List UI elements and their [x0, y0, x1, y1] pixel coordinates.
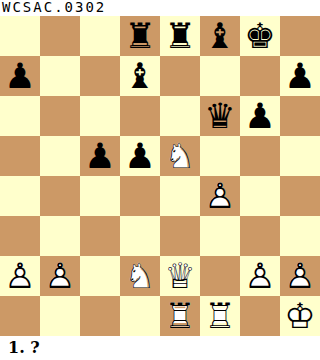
square-c2[interactable]: [80, 256, 120, 296]
square-g7[interactable]: [240, 56, 280, 96]
square-a2[interactable]: ♟♙: [0, 256, 40, 296]
square-f2[interactable]: [200, 256, 240, 296]
square-g2[interactable]: ♟♙: [240, 256, 280, 296]
white-queen: ♕: [160, 256, 200, 296]
black-rook: ♜: [120, 16, 160, 56]
white-pawn-fill: ♟: [0, 256, 40, 296]
square-e7[interactable]: [160, 56, 200, 96]
puzzle-id: WCSAC.0302: [0, 0, 320, 16]
square-b5[interactable]: [40, 136, 80, 176]
white-knight: ♘: [160, 136, 200, 176]
square-f6[interactable]: ♛: [200, 96, 240, 136]
square-b3[interactable]: [40, 216, 80, 256]
black-bishop: ♝: [120, 56, 160, 96]
square-g8[interactable]: ♚: [240, 16, 280, 56]
square-f3[interactable]: [200, 216, 240, 256]
black-pawn: ♟: [0, 56, 40, 96]
square-d4[interactable]: [120, 176, 160, 216]
white-pawn: ♙: [40, 256, 80, 296]
white-rook-fill: ♜: [160, 296, 200, 336]
square-a1[interactable]: [0, 296, 40, 336]
square-g4[interactable]: [240, 176, 280, 216]
square-c6[interactable]: [80, 96, 120, 136]
square-e2[interactable]: ♛♕: [160, 256, 200, 296]
square-h4[interactable]: [280, 176, 320, 216]
square-d6[interactable]: [120, 96, 160, 136]
square-c4[interactable]: [80, 176, 120, 216]
square-h6[interactable]: [280, 96, 320, 136]
square-b6[interactable]: [40, 96, 80, 136]
square-h1[interactable]: ♚♔: [280, 296, 320, 336]
square-g1[interactable]: [240, 296, 280, 336]
square-e5[interactable]: ♞♘: [160, 136, 200, 176]
white-pawn-fill: ♟: [240, 256, 280, 296]
white-pawn-fill: ♟: [280, 256, 320, 296]
black-bishop: ♝: [200, 16, 240, 56]
square-h2[interactable]: ♟♙: [280, 256, 320, 296]
square-c8[interactable]: [80, 16, 120, 56]
square-e4[interactable]: [160, 176, 200, 216]
square-e6[interactable]: [160, 96, 200, 136]
square-f7[interactable]: [200, 56, 240, 96]
chess-board: ♜♜♝♚♟♝♟♛♟♟♟♞♘♟♙♟♙♟♙♞♘♛♕♟♙♟♙♜♖♜♖♚♔: [0, 16, 320, 336]
black-rook: ♜: [160, 16, 200, 56]
white-king-fill: ♚: [280, 296, 320, 336]
black-pawn: ♟: [120, 136, 160, 176]
white-rook: ♖: [200, 296, 240, 336]
square-d5[interactable]: ♟: [120, 136, 160, 176]
square-d1[interactable]: [120, 296, 160, 336]
square-g5[interactable]: [240, 136, 280, 176]
square-b4[interactable]: [40, 176, 80, 216]
white-king: ♔: [280, 296, 320, 336]
square-a4[interactable]: [0, 176, 40, 216]
square-c3[interactable]: [80, 216, 120, 256]
square-d3[interactable]: [120, 216, 160, 256]
white-pawn-fill: ♟: [40, 256, 80, 296]
black-pawn: ♟: [80, 136, 120, 176]
square-e8[interactable]: ♜: [160, 16, 200, 56]
square-h3[interactable]: [280, 216, 320, 256]
square-c7[interactable]: [80, 56, 120, 96]
move-prompt: 1. ?: [0, 336, 320, 360]
square-c1[interactable]: [80, 296, 120, 336]
white-pawn: ♙: [200, 176, 240, 216]
square-h8[interactable]: [280, 16, 320, 56]
square-b7[interactable]: [40, 56, 80, 96]
white-pawn: ♙: [280, 256, 320, 296]
black-king: ♚: [240, 16, 280, 56]
square-a5[interactable]: [0, 136, 40, 176]
square-f1[interactable]: ♜♖: [200, 296, 240, 336]
white-rook: ♖: [160, 296, 200, 336]
black-pawn: ♟: [240, 96, 280, 136]
square-g3[interactable]: [240, 216, 280, 256]
square-e1[interactable]: ♜♖: [160, 296, 200, 336]
white-pawn: ♙: [0, 256, 40, 296]
white-pawn: ♙: [240, 256, 280, 296]
square-h5[interactable]: [280, 136, 320, 176]
square-a3[interactable]: [0, 216, 40, 256]
white-knight: ♘: [120, 256, 160, 296]
square-a6[interactable]: [0, 96, 40, 136]
square-f5[interactable]: [200, 136, 240, 176]
square-g6[interactable]: ♟: [240, 96, 280, 136]
square-b8[interactable]: [40, 16, 80, 56]
square-d2[interactable]: ♞♘: [120, 256, 160, 296]
square-h7[interactable]: ♟: [280, 56, 320, 96]
square-d7[interactable]: ♝: [120, 56, 160, 96]
square-b1[interactable]: [40, 296, 80, 336]
square-b2[interactable]: ♟♙: [40, 256, 80, 296]
square-f4[interactable]: ♟♙: [200, 176, 240, 216]
black-pawn: ♟: [280, 56, 320, 96]
square-e3[interactable]: [160, 216, 200, 256]
square-d8[interactable]: ♜: [120, 16, 160, 56]
black-queen: ♛: [200, 96, 240, 136]
white-knight-fill: ♞: [120, 256, 160, 296]
square-a8[interactable]: [0, 16, 40, 56]
square-f8[interactable]: ♝: [200, 16, 240, 56]
square-c5[interactable]: ♟: [80, 136, 120, 176]
square-a7[interactable]: ♟: [0, 56, 40, 96]
white-knight-fill: ♞: [160, 136, 200, 176]
white-pawn-fill: ♟: [200, 176, 240, 216]
white-rook-fill: ♜: [200, 296, 240, 336]
white-queen-fill: ♛: [160, 256, 200, 296]
